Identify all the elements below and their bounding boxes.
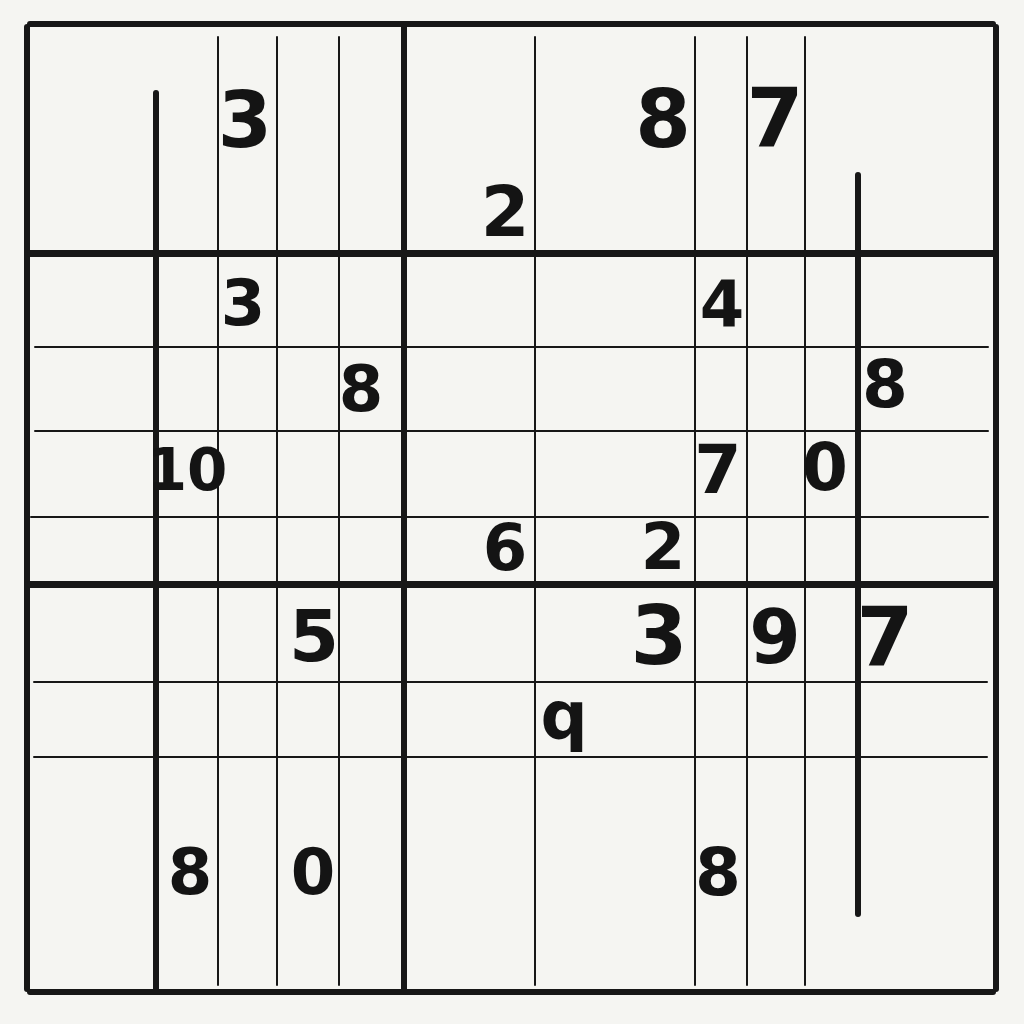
cell-r6c4-given-5[interactable]: 5: [289, 600, 339, 672]
cell-r1c7-given-8[interactable]: 8: [635, 80, 691, 160]
cell-r1c3-given-3[interactable]: 3: [218, 81, 272, 159]
sudoku-board: 328734881070625397q808: [0, 0, 1024, 1024]
grid-line-vertical-thin: [746, 36, 749, 986]
cell-r4c10-given-0[interactable]: 0: [802, 435, 848, 501]
cell-r2c3-given-3[interactable]: 3: [221, 271, 266, 335]
grid-line-horizontal-thin: [33, 756, 988, 759]
cell-r6c11-given-7[interactable]: 7: [856, 597, 913, 679]
grid-line-vertical-thin: [534, 36, 537, 986]
grid-line-vertical-thin: [276, 36, 279, 986]
grid-line-vertical-thin: [338, 36, 341, 986]
grid-line-vertical-thick: [855, 172, 861, 917]
grid-line-horizontal-thick: [27, 21, 996, 27]
grid-line-horizontal-thin: [33, 681, 988, 684]
grid-line-horizontal-thin: [34, 346, 989, 349]
grid-line-horizontal-thick: [27, 989, 996, 995]
grid-line-vertical-thick: [153, 90, 159, 992]
cell-r3c5-given-8[interactable]: 8: [339, 357, 384, 421]
grid-line-vertical-thin: [217, 36, 220, 986]
grid-line-vertical-thick: [401, 24, 407, 992]
cell-r5c7-given-2[interactable]: 2: [641, 515, 686, 579]
grid-line-vertical-thick: [993, 24, 999, 992]
cell-r8c8-given-8[interactable]: 8: [695, 840, 741, 906]
page-background: 328734881070625397q808: [0, 0, 1024, 1024]
grid-line-vertical-thin: [804, 36, 807, 986]
cell-r5c6-given-6[interactable]: 6: [483, 516, 528, 580]
cell-r1c6-given-2[interactable]: 2: [481, 177, 530, 247]
cell-r8c4-given-0[interactable]: 0: [291, 840, 336, 904]
cell-r4c2-given-10[interactable]: 10: [147, 441, 228, 499]
cell-r2c8-given-4[interactable]: 4: [700, 273, 745, 337]
cell-r6c7-given-3[interactable]: 3: [630, 595, 687, 677]
grid-line-vertical-thick: [24, 24, 30, 992]
cell-r7c7-given-q[interactable]: q: [540, 683, 587, 749]
cell-r4c8-given-7[interactable]: 7: [694, 436, 741, 504]
cell-r6c9-given-9[interactable]: 9: [749, 600, 801, 674]
cell-r1c9-given-7[interactable]: 7: [746, 78, 803, 160]
cell-r3c11-given-8[interactable]: 8: [862, 352, 908, 418]
cell-r8c2-given-8[interactable]: 8: [168, 840, 213, 904]
